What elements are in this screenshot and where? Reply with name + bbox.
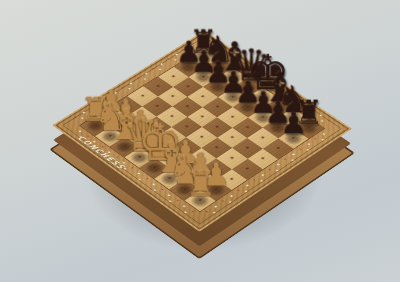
piece-black-pawn[interactable]: ♟ (277, 108, 311, 138)
photo-background: ♜♞♝♛♚♝♞♜♟♟♟♟♟♟♟♟♟♟♟♟♟♟♟♟♜♞♝♛♚♝♞♜ CONCHES… (0, 0, 400, 282)
piece-white-rook[interactable]: ♜ (183, 166, 217, 200)
chess-board: ♜♞♝♛♚♝♞♜♟♟♟♟♟♟♟♟♟♟♟♟♟♟♟♟♜♞♝♛♚♝♞♜ CONCHES… (52, 30, 352, 231)
